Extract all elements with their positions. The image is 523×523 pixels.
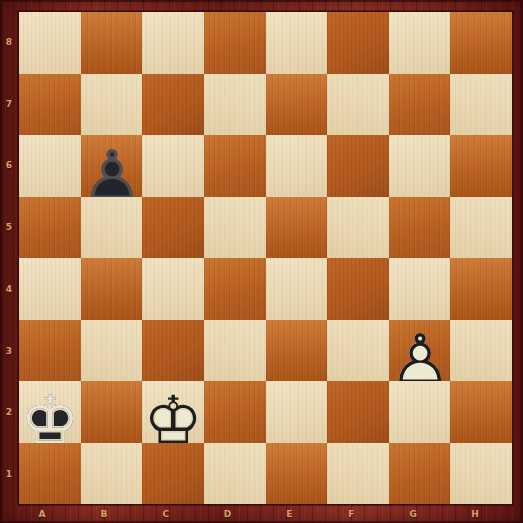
file-label: F [320, 505, 382, 523]
square-a3[interactable] [19, 320, 81, 382]
rank-label: 2 [0, 382, 18, 444]
square-d7[interactable] [204, 74, 266, 136]
square-d2[interactable] [204, 381, 266, 443]
square-d8[interactable] [204, 12, 266, 74]
file-label: D [197, 505, 259, 523]
square-g3[interactable]: ♟♙ [389, 320, 451, 382]
square-h7[interactable] [450, 74, 512, 136]
square-c4[interactable] [142, 258, 204, 320]
file-label: G [382, 505, 444, 523]
square-c6[interactable] [142, 135, 204, 197]
file-label: E [259, 505, 321, 523]
square-f1[interactable] [327, 443, 389, 505]
square-h4[interactable] [450, 258, 512, 320]
file-label: B [73, 505, 135, 523]
rank-label: 3 [0, 320, 18, 382]
square-a5[interactable] [19, 197, 81, 259]
square-f3[interactable] [327, 320, 389, 382]
square-a7[interactable] [19, 74, 81, 136]
square-h5[interactable] [450, 197, 512, 259]
square-e7[interactable] [266, 74, 328, 136]
square-b8[interactable] [81, 12, 143, 74]
black-king[interactable]: ♚♔ [19, 381, 81, 443]
square-d5[interactable] [204, 197, 266, 259]
square-b4[interactable] [81, 258, 143, 320]
square-g6[interactable] [389, 135, 451, 197]
rank-label: 1 [0, 443, 18, 505]
square-h3[interactable] [450, 320, 512, 382]
square-b1[interactable] [81, 443, 143, 505]
square-e3[interactable] [266, 320, 328, 382]
square-f6[interactable] [327, 135, 389, 197]
square-g1[interactable] [389, 443, 451, 505]
rank-label: 6 [0, 135, 18, 197]
square-c3[interactable] [142, 320, 204, 382]
square-d1[interactable] [204, 443, 266, 505]
file-label: A [11, 505, 73, 523]
square-a8[interactable] [19, 12, 81, 74]
file-labels: ABCDEFGH [18, 505, 513, 523]
square-h1[interactable] [450, 443, 512, 505]
square-g8[interactable] [389, 12, 451, 74]
square-g2[interactable] [389, 381, 451, 443]
chess-board: ♟♙♟♙♚♔♚♔ [18, 11, 513, 505]
square-g4[interactable] [389, 258, 451, 320]
square-g5[interactable] [389, 197, 451, 259]
square-a1[interactable] [19, 443, 81, 505]
black-pawn[interactable]: ♟♙ [81, 135, 143, 197]
rank-label: 7 [0, 73, 18, 135]
square-b3[interactable] [81, 320, 143, 382]
rank-label: 4 [0, 258, 18, 320]
square-f8[interactable] [327, 12, 389, 74]
square-b5[interactable] [81, 197, 143, 259]
white-king[interactable]: ♚♔ [142, 381, 204, 443]
square-c1[interactable] [142, 443, 204, 505]
square-c2[interactable]: ♚♔ [142, 381, 204, 443]
square-c7[interactable] [142, 74, 204, 136]
square-e1[interactable] [266, 443, 328, 505]
chessboard: 87654321 ABCDEFGH ♟♙♟♙♚♔♚♔ [0, 0, 523, 523]
square-e4[interactable] [266, 258, 328, 320]
square-h2[interactable] [450, 381, 512, 443]
square-e6[interactable] [266, 135, 328, 197]
rank-label: 5 [0, 196, 18, 258]
square-b7[interactable] [81, 74, 143, 136]
white-pawn[interactable]: ♟♙ [389, 320, 451, 382]
square-d4[interactable] [204, 258, 266, 320]
square-a2[interactable]: ♚♔ [19, 381, 81, 443]
rank-label: 8 [0, 11, 18, 73]
file-label: C [135, 505, 197, 523]
square-f2[interactable] [327, 381, 389, 443]
square-e2[interactable] [266, 381, 328, 443]
square-e5[interactable] [266, 197, 328, 259]
square-b6[interactable]: ♟♙ [81, 135, 143, 197]
square-f4[interactable] [327, 258, 389, 320]
square-g7[interactable] [389, 74, 451, 136]
square-e8[interactable] [266, 12, 328, 74]
square-d3[interactable] [204, 320, 266, 382]
square-f5[interactable] [327, 197, 389, 259]
square-f7[interactable] [327, 74, 389, 136]
square-b2[interactable] [81, 381, 143, 443]
square-c8[interactable] [142, 12, 204, 74]
rank-labels: 87654321 [0, 11, 18, 505]
square-a6[interactable] [19, 135, 81, 197]
square-h6[interactable] [450, 135, 512, 197]
square-d6[interactable] [204, 135, 266, 197]
square-h8[interactable] [450, 12, 512, 74]
square-a4[interactable] [19, 258, 81, 320]
square-c5[interactable] [142, 197, 204, 259]
file-label: H [444, 505, 506, 523]
